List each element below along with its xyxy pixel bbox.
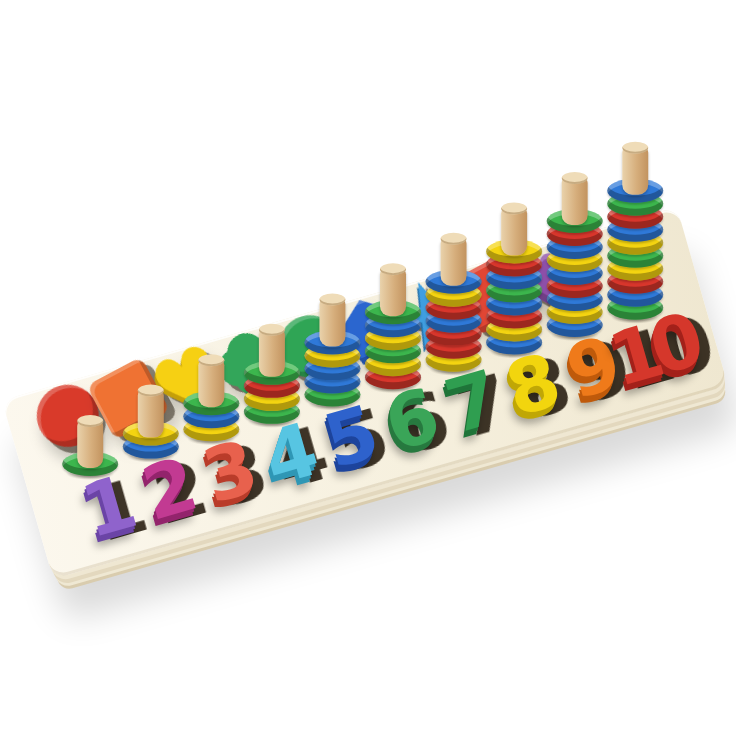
ring-stack-9 (547, 175, 603, 337)
ring-stack-7 (426, 236, 482, 372)
wooden-peg (622, 147, 648, 195)
wooden-peg (259, 329, 285, 377)
wooden-peg (138, 390, 164, 438)
wooden-peg (77, 420, 103, 468)
ring-stack-8 (486, 205, 542, 354)
wooden-peg (562, 177, 588, 225)
product-photo-scene: 1122♥33445566★7788991010 (0, 0, 736, 736)
wooden-peg (319, 298, 345, 346)
wooden-peg (380, 268, 406, 316)
ring-stack-10 (607, 145, 663, 320)
wooden-peg (198, 359, 224, 407)
puzzle-board: 1122♥33445566★7788991010 (2, 207, 728, 579)
wooden-peg (501, 207, 527, 255)
ring-stack-5 (304, 296, 360, 406)
wooden-peg (441, 238, 467, 286)
ring-stack-6 (365, 266, 421, 389)
